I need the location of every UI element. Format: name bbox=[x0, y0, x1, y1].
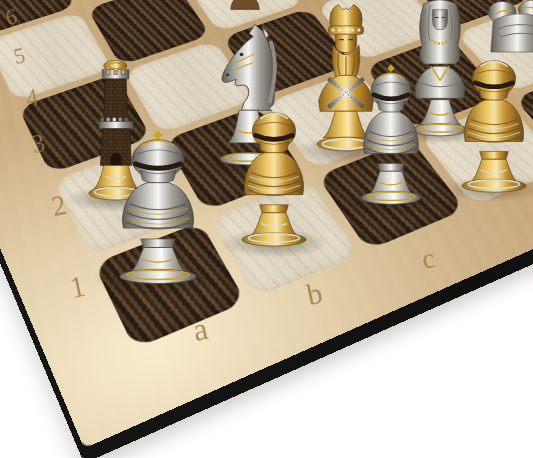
chess-set-photo-scene: 123456abc bbox=[0, 0, 533, 458]
piece-silver-bishop-e2 bbox=[486, 0, 533, 52]
piece-silver-pawn-a1 bbox=[110, 128, 206, 292]
piece-gold-pawn-d1 bbox=[454, 50, 533, 200]
piece-silver-pawn-c1 bbox=[354, 62, 428, 212]
piece-bronze-unknown-b6 bbox=[228, 0, 262, 10]
piece-gold-pawn-b1 bbox=[234, 102, 314, 254]
